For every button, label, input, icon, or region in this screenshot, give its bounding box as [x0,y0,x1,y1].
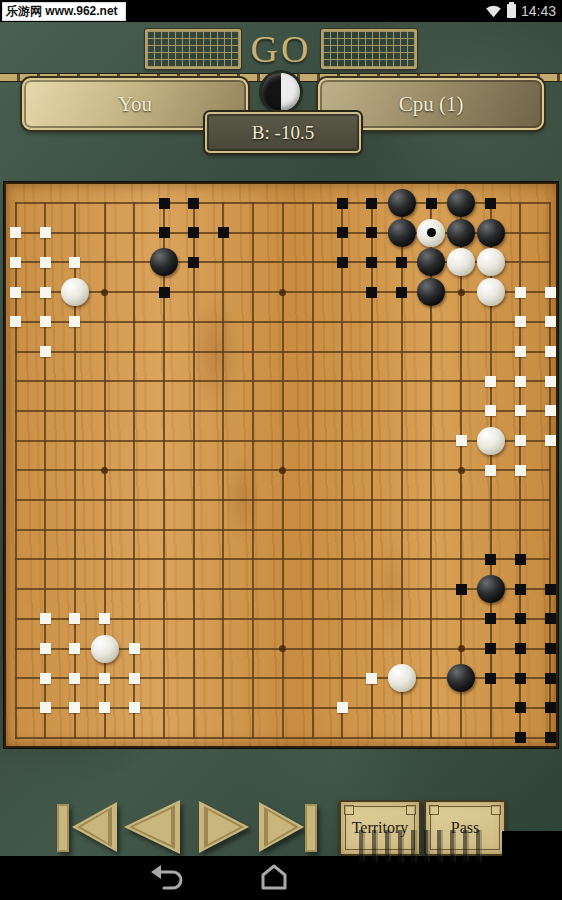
white-territory-marker [10,287,21,298]
white-stone [61,278,89,306]
white-territory-marker [10,257,21,268]
white-territory-marker [40,702,51,713]
white-territory-marker [10,227,21,238]
white-territory-marker [129,643,140,654]
black-territory-marker [218,227,229,238]
status-bar: 乐游网 www.962.net 14:43 [0,0,562,22]
black-territory-marker [337,257,348,268]
star-point [458,289,465,296]
title-banner: GO [0,26,562,72]
white-territory-marker [69,673,80,684]
black-territory-marker [456,584,467,595]
black-territory-marker [485,554,496,565]
star-point [279,645,286,652]
grid-line [15,737,552,739]
white-stone [91,635,119,663]
black-stone [447,664,475,692]
white-territory-marker [40,316,51,327]
white-territory-marker [515,376,526,387]
player-name-left: You [118,92,152,117]
white-territory-marker [69,702,80,713]
grid-line [15,529,552,531]
black-territory-marker [337,227,348,238]
grid-line [401,202,403,739]
white-territory-marker [485,405,496,416]
white-territory-marker [515,465,526,476]
grid-line [371,202,373,739]
battery-icon [507,4,516,18]
black-territory-marker [159,227,170,238]
black-stone [477,219,505,247]
score-plate: B: -10.5 [205,112,361,153]
star-point [458,645,465,652]
black-territory-marker [366,198,377,209]
black-territory-marker [515,613,526,624]
wifi-icon [485,4,502,18]
screenshot-artifact-streaks [352,830,482,862]
black-stone [447,219,475,247]
star-point [279,467,286,474]
black-territory-marker [485,643,496,654]
white-territory-marker [515,346,526,357]
white-territory-marker [69,316,80,327]
white-territory-marker [515,435,526,446]
white-territory-marker [40,613,51,624]
black-territory-marker [366,257,377,268]
white-territory-marker [456,435,467,446]
white-territory-marker [366,673,377,684]
prev-move-button[interactable] [124,800,180,854]
android-navbar [0,856,562,900]
white-stone [477,427,505,455]
player-name-right: Cpu (1) [399,92,464,117]
white-territory-marker [545,376,556,387]
black-territory-marker [485,673,496,684]
white-territory-marker [99,673,110,684]
star-point [279,289,286,296]
black-territory-marker [515,732,526,743]
black-territory-marker [159,198,170,209]
star-point [458,467,465,474]
white-territory-marker [485,465,496,476]
black-stone [388,189,416,217]
black-territory-marker [366,287,377,298]
black-stone [417,248,445,276]
white-territory-marker [129,702,140,713]
score-value: B: -10.5 [252,122,314,144]
white-stone [447,248,475,276]
white-territory-marker [515,316,526,327]
black-territory-marker [159,287,170,298]
grid-line [15,707,552,709]
black-territory-marker [188,257,199,268]
black-stone [388,219,416,247]
black-territory-marker [515,702,526,713]
black-territory-marker [545,584,556,595]
black-territory-marker [545,613,556,624]
go-board[interactable] [4,182,558,748]
grid-line [15,588,552,590]
first-move-button[interactable] [57,802,117,852]
white-territory-marker [40,673,51,684]
star-point [101,289,108,296]
white-territory-marker [485,376,496,387]
black-territory-marker [188,198,199,209]
lattice-left-ornament [145,29,241,69]
black-stone [477,575,505,603]
grid-line [312,202,314,739]
black-territory-marker [515,584,526,595]
black-territory-marker [188,227,199,238]
white-territory-marker [545,405,556,416]
white-stone [477,248,505,276]
grid-line [549,202,551,739]
black-territory-marker [545,673,556,684]
black-territory-marker [515,643,526,654]
black-territory-marker [485,198,496,209]
white-territory-marker [40,227,51,238]
last-move-marker [427,228,436,237]
white-territory-marker [99,702,110,713]
black-territory-marker [515,673,526,684]
status-icons: 14:43 [485,3,562,19]
grid-line [15,499,552,501]
white-territory-marker [40,287,51,298]
white-territory-marker [515,287,526,298]
last-move-button[interactable] [259,802,317,852]
white-territory-marker [545,435,556,446]
white-territory-marker [40,346,51,357]
white-territory-marker [69,613,80,624]
white-stone [477,278,505,306]
black-territory-marker [545,702,556,713]
white-territory-marker [545,287,556,298]
black-territory-marker [515,554,526,565]
black-stone [447,189,475,217]
watermark-label: 乐游网 www.962.net [2,2,126,21]
black-territory-marker [485,613,496,624]
black-stone [417,278,445,306]
star-point [101,467,108,474]
white-territory-marker [129,673,140,684]
black-territory-marker [396,287,407,298]
grid-line [15,618,552,620]
app-screen: 乐游网 www.962.net 14:43 GO You Cpu (1) B: … [0,0,562,900]
white-territory-marker [10,316,21,327]
white-territory-marker [40,643,51,654]
back-icon[interactable] [140,862,184,894]
home-icon[interactable] [248,862,292,894]
black-territory-marker [545,643,556,654]
clock: 14:43 [521,3,556,19]
grid-line [341,202,343,739]
game-title: GO [251,30,312,68]
white-territory-marker [337,702,348,713]
white-territory-marker [99,613,110,624]
white-stone [417,219,445,247]
white-territory-marker [40,257,51,268]
black-territory-marker [545,732,556,743]
white-territory-marker [69,643,80,654]
black-territory-marker [396,257,407,268]
white-territory-marker [545,316,556,327]
black-territory-marker [337,198,348,209]
white-territory-marker [515,405,526,416]
turn-indicator-stone-icon [262,73,300,111]
white-territory-marker [545,346,556,357]
grid-line [15,558,552,560]
white-territory-marker [69,257,80,268]
black-stone [150,248,178,276]
next-move-button[interactable] [199,801,249,853]
screenshot-artifact-block [502,831,562,900]
lattice-right-ornament [321,29,417,69]
white-stone [388,664,416,692]
black-territory-marker [426,198,437,209]
black-territory-marker [366,227,377,238]
